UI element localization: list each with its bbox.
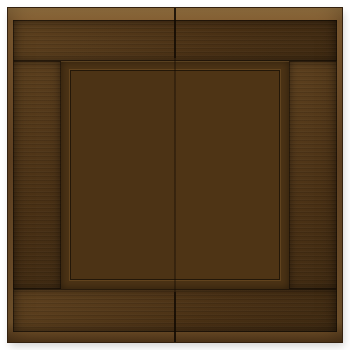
carved-border-left [13,61,61,289]
photo-stage [0,0,350,350]
squares-grid [71,71,279,279]
carved-border-right [289,61,337,289]
chess-board [8,8,342,342]
inner-frame [61,61,289,289]
carved-border-bottom [13,289,337,332]
carved-border-top [13,20,337,61]
